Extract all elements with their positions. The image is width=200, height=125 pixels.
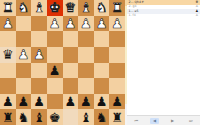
- square-f3[interactable]: [31, 31, 47, 47]
- white-queen-piece: ♛: [64, 1, 76, 14]
- step-back-button[interactable]: ◀: [150, 118, 158, 124]
- square-e2[interactable]: ♟: [47, 16, 63, 32]
- white-rook-piece: ♜: [2, 1, 14, 14]
- white-pawn-piece: ♟: [64, 17, 76, 30]
- black-pawn-piece: ♟: [2, 95, 14, 108]
- square-g4[interactable]: ♟: [16, 47, 32, 63]
- move-list: 2... Qh4#♛2. g4♟1... e5♟1. f4♟: [127, 0, 200, 115]
- black-bishop-piece: ♝: [80, 111, 92, 124]
- square-f4[interactable]: ♟: [31, 47, 47, 63]
- square-g1[interactable]: ♞: [16, 0, 32, 16]
- square-b3[interactable]: [94, 31, 110, 47]
- white-knight-piece: ♞: [18, 1, 30, 14]
- square-b2[interactable]: ♟: [94, 16, 110, 32]
- square-a8[interactable]: ♜: [109, 109, 125, 125]
- square-d8[interactable]: [63, 109, 79, 125]
- square-c3[interactable]: [78, 31, 94, 47]
- square-e6[interactable]: [47, 78, 63, 94]
- square-d5[interactable]: [63, 63, 79, 79]
- square-f1[interactable]: ♝: [31, 0, 47, 16]
- square-f6[interactable]: [31, 78, 47, 94]
- black-pawn-piece: ♟: [64, 95, 76, 108]
- square-b7[interactable]: ♟: [94, 94, 110, 110]
- black-king-piece: ♚: [49, 111, 61, 124]
- square-a5[interactable]: [109, 63, 125, 79]
- white-knight-piece: ♞: [96, 1, 108, 14]
- square-b5[interactable]: [94, 63, 110, 79]
- square-g2[interactable]: [16, 16, 32, 32]
- black-rook-piece: ♜: [2, 111, 14, 124]
- square-c1[interactable]: ♝: [78, 0, 94, 16]
- black-pawn-piece: ♟: [96, 95, 108, 108]
- square-e3[interactable]: [47, 31, 63, 47]
- black-pawn-piece: ♟: [80, 95, 92, 108]
- black-pawn-piece: ♟: [111, 95, 123, 108]
- square-e5[interactable]: ♟: [47, 63, 63, 79]
- square-d6[interactable]: [63, 78, 79, 94]
- square-a7[interactable]: ♟: [109, 94, 125, 110]
- black-pawn-piece: ♟: [33, 95, 45, 108]
- square-d1[interactable]: ♛: [63, 0, 79, 16]
- go-to-end-button[interactable]: ⏭: [186, 118, 195, 124]
- square-h3[interactable]: [0, 31, 16, 47]
- square-g6[interactable]: [16, 78, 32, 94]
- white-pawn-piece: ♟: [18, 48, 30, 61]
- move-row-4[interactable]: 1. f4♟: [127, 14, 200, 19]
- square-c7[interactable]: ♟: [78, 94, 94, 110]
- white-rook-piece: ♜: [111, 1, 123, 14]
- square-c2[interactable]: ♟: [78, 16, 94, 32]
- square-h7[interactable]: ♟: [0, 94, 16, 110]
- square-a2[interactable]: ♟: [109, 16, 125, 32]
- step-forward-button[interactable]: ▶: [168, 118, 176, 124]
- square-h5[interactable]: [0, 63, 16, 79]
- square-c6[interactable]: [78, 78, 94, 94]
- white-pawn-piece: ♟: [111, 17, 123, 30]
- square-b4[interactable]: [94, 47, 110, 63]
- black-knight-piece: ♞: [96, 111, 108, 124]
- white-bishop-piece: ♝: [80, 1, 92, 14]
- square-f2[interactable]: [31, 16, 47, 32]
- white-pawn-piece: ♟: [2, 17, 14, 30]
- black-knight-piece: ♞: [18, 111, 30, 124]
- white-king-piece: ♚: [49, 1, 61, 14]
- square-h8[interactable]: ♜: [0, 109, 16, 125]
- square-g7[interactable]: ♟: [16, 94, 32, 110]
- square-a3[interactable]: [109, 31, 125, 47]
- square-b1[interactable]: ♞: [94, 0, 110, 16]
- square-d7[interactable]: ♟: [63, 94, 79, 110]
- white-pawn-piece: ♟: [96, 17, 108, 30]
- square-d2[interactable]: ♟: [63, 16, 79, 32]
- square-e4[interactable]: [47, 47, 63, 63]
- square-f7[interactable]: ♟: [31, 94, 47, 110]
- square-e1[interactable]: ♚: [47, 0, 63, 16]
- go-to-start-button[interactable]: ⏮: [132, 118, 141, 124]
- square-g3[interactable]: [16, 31, 32, 47]
- square-h2[interactable]: ♟: [0, 16, 16, 32]
- square-e7[interactable]: [47, 94, 63, 110]
- move-label: 1. f4: [129, 14, 136, 17]
- square-c4[interactable]: [78, 47, 94, 63]
- square-h1[interactable]: ♜: [0, 0, 16, 16]
- white-pawn-icon: ♟: [195, 14, 198, 18]
- square-h4[interactable]: ♛: [0, 47, 16, 63]
- square-b8[interactable]: ♞: [94, 109, 110, 125]
- square-b6[interactable]: [94, 78, 110, 94]
- white-pawn-piece: ♟: [33, 48, 45, 61]
- square-f5[interactable]: [31, 63, 47, 79]
- side-panel: 2... Qh4#♛2. g4♟1... e5♟1. f4♟ ⏮◀▶⏭: [127, 0, 200, 125]
- square-a6[interactable]: [109, 78, 125, 94]
- white-pawn-piece: ♟: [49, 17, 61, 30]
- square-c8[interactable]: ♝: [78, 109, 94, 125]
- white-bishop-piece: ♝: [33, 1, 45, 14]
- square-d4[interactable]: [63, 47, 79, 63]
- black-rook-piece: ♜: [111, 111, 123, 124]
- square-a4[interactable]: [109, 47, 125, 63]
- square-d3[interactable]: [63, 31, 79, 47]
- chess-app-window: ♜♞♝♚♛♝♞♜♟♟♟♟♟♟♛♟♟♟♟♟♟♟♟♟♟♜♞♝♚♝♞♜ 2... Qh…: [0, 0, 200, 125]
- square-c5[interactable]: [78, 63, 94, 79]
- black-pawn-piece: ♟: [18, 95, 30, 108]
- move-label: 2. g4: [129, 5, 137, 8]
- square-e8[interactable]: ♚: [47, 109, 63, 125]
- chess-board: ♜♞♝♚♛♝♞♜♟♟♟♟♟♟♛♟♟♟♟♟♟♟♟♟♟♜♞♝♚♝♞♜: [0, 0, 125, 125]
- square-h6[interactable]: [0, 78, 16, 94]
- square-g5[interactable]: [16, 63, 32, 79]
- black-pawn-piece: ♟: [49, 64, 61, 77]
- square-f8[interactable]: ♝: [31, 109, 47, 125]
- white-pawn-piece: ♟: [80, 17, 92, 30]
- bottom-toolbar: ⏮◀▶⏭: [127, 115, 200, 125]
- square-a1[interactable]: ♜: [109, 0, 125, 16]
- black-queen-piece: ♛: [2, 48, 14, 61]
- black-bishop-piece: ♝: [33, 111, 45, 124]
- square-g8[interactable]: ♞: [16, 109, 32, 125]
